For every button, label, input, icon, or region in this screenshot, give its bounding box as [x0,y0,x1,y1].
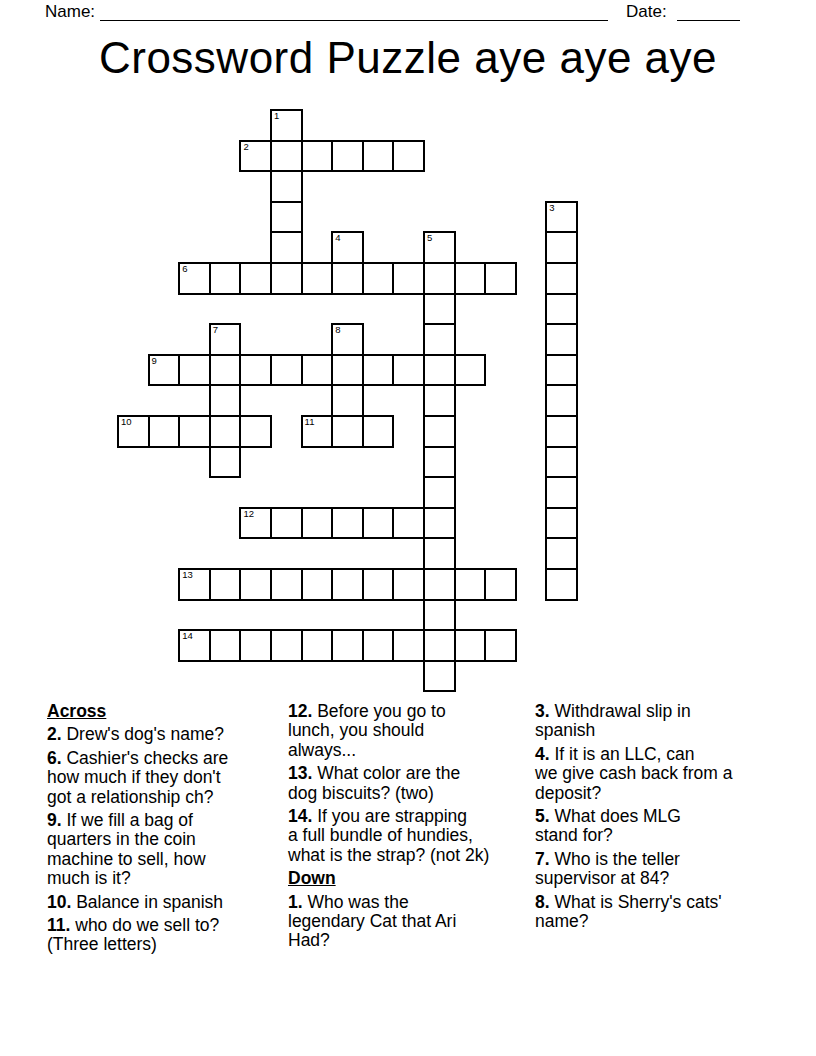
cell-r16-c3[interactable]: 13 [178,568,211,601]
cell-r9-c4[interactable] [209,354,242,387]
cell-number-3: 3 [549,203,554,213]
cell-r7-c11[interactable] [423,293,456,326]
cell-r14-c6[interactable] [270,507,303,540]
clue-number-label: 14. [288,806,312,826]
cell-number-13: 13 [182,570,193,580]
cell-number-7: 7 [213,325,218,335]
date-label: Date: [626,2,667,22]
cell-r16-c11[interactable] [423,568,456,601]
cell-r6-c11[interactable] [423,262,456,295]
cell-r16-c5[interactable] [239,568,272,601]
clue-number-label: 9. [47,810,62,830]
clue-number-label: 5. [535,806,550,826]
cell-r18-c10[interactable] [392,629,425,662]
cell-r16-c9[interactable] [362,568,395,601]
clue-column-1: Across2. Drew's dog's name?6. Cashier's … [47,702,282,959]
cell-r16-c15[interactable] [545,568,578,601]
cell-r10-c8[interactable] [331,384,364,417]
cell-r10-c15[interactable] [545,384,578,417]
cell-r9-c12[interactable] [454,354,487,387]
name-label: Name: [45,2,95,22]
clue-number-label: 6. [47,748,62,768]
clue-number-label: 8. [535,892,550,912]
cell-r18-c9[interactable] [362,629,395,662]
clue-column-2: 12. Before you go tolunch, you shouldalw… [288,702,533,955]
cell-number-1: 1 [274,111,279,121]
cell-r2-c10[interactable] [392,140,425,173]
cell-r14-c15[interactable] [545,507,578,540]
clue-4-down: 4. If it is an LLC, canwe give cash back… [535,745,770,803]
cell-r18-c8[interactable] [331,629,364,662]
clue-13-across: 13. What color are thedog biscuits? (two… [288,764,533,803]
cell-r14-c10[interactable] [392,507,425,540]
cell-r18-c7[interactable] [301,629,334,662]
clue-1-down: 1. Who was thelegendary Cat that AriHad? [288,893,533,951]
cell-r2-c5[interactable]: 2 [239,140,272,173]
cell-r8-c11[interactable] [423,323,456,356]
cell-r6-c15[interactable] [545,262,578,295]
cell-r6-c4[interactable] [209,262,242,295]
cell-r18-c11[interactable] [423,629,456,662]
page-title: Crossword Puzzle aye aye aye [0,30,816,86]
cell-r11-c9[interactable] [362,415,395,448]
clue-3-down: 3. Withdrawal slip inspanish [535,702,770,741]
cell-r9-c7[interactable] [301,354,334,387]
cell-r13-c15[interactable] [545,476,578,509]
cell-r12-c11[interactable] [423,446,456,479]
cell-r6-c3[interactable]: 6 [178,262,211,295]
cell-r4-c6[interactable] [270,201,303,234]
cell-r2-c8[interactable] [331,140,364,173]
clue-12-across: 12. Before you go tolunch, you shouldalw… [288,702,533,760]
clue-number-label: 3. [535,701,550,721]
date-blank-line[interactable] [677,2,740,21]
cell-r16-c8[interactable] [331,568,364,601]
clue-9-across: 9. If we fill a bag ofquarters in the co… [47,811,282,889]
cell-r18-c13[interactable] [484,629,517,662]
clue-column-3: 3. Withdrawal slip inspanish4. If it is … [535,702,770,935]
cell-r6-c10[interactable] [392,262,425,295]
cell-number-12: 12 [243,509,254,519]
cell-number-10: 10 [121,417,132,427]
cell-number-6: 6 [182,264,187,274]
cell-r6-c13[interactable] [484,262,517,295]
cell-r1-c6[interactable]: 1 [270,109,303,142]
cell-r18-c4[interactable] [209,629,242,662]
across-heading: Across [47,702,282,721]
cell-r8-c8[interactable]: 8 [331,323,364,356]
cell-r10-c4[interactable] [209,384,242,417]
cell-r16-c10[interactable] [392,568,425,601]
clue-5-down: 5. What does MLGstand for? [535,807,770,846]
clue-number-label: 11. [47,915,70,935]
cell-r14-c7[interactable] [301,507,334,540]
cell-r11-c7[interactable]: 11 [301,415,334,448]
cell-r13-c11[interactable] [423,476,456,509]
clue-8-down: 8. What is Sherry's cats'name? [535,893,770,932]
cell-r16-c13[interactable] [484,568,517,601]
cell-r6-c8[interactable] [331,262,364,295]
clue-10-across: 10. Balance in spanish [47,893,282,912]
cell-number-14: 14 [182,631,193,641]
down-heading: Down [288,869,533,888]
cell-r14-c11[interactable] [423,507,456,540]
cell-r8-c15[interactable] [545,323,578,356]
crossword-grid: 1234567891011121314 [118,110,577,691]
cell-number-9: 9 [152,356,157,366]
cell-r6-c5[interactable] [239,262,272,295]
cell-r9-c6[interactable] [270,354,303,387]
cell-r2-c6[interactable] [270,140,303,173]
cell-r2-c9[interactable] [362,140,395,173]
clue-number-label: 10. [47,892,71,912]
cell-r6-c6[interactable] [270,262,303,295]
cell-r11-c5[interactable] [239,415,272,448]
cell-r9-c2[interactable]: 9 [148,354,181,387]
cell-r5-c8[interactable]: 4 [331,231,364,264]
cell-r12-c4[interactable] [209,446,242,479]
cell-number-11: 11 [305,417,315,427]
cell-r11-c2[interactable] [148,415,181,448]
cell-r16-c12[interactable] [454,568,487,601]
cell-r18-c6[interactable] [270,629,303,662]
clue-number-label: 13. [288,763,312,783]
cell-r6-c12[interactable] [454,262,487,295]
cell-r11-c15[interactable] [545,415,578,448]
clue-11-across: 11. who do we sell to?(Three letters) [47,916,282,955]
cell-r15-c11[interactable] [423,537,456,570]
cell-r9-c9[interactable] [362,354,395,387]
cell-r5-c6[interactable] [270,231,303,264]
cell-r16-c4[interactable] [209,568,242,601]
cell-r4-c15[interactable]: 3 [545,201,578,234]
clue-number-label: 1. [288,892,303,912]
cell-r14-c5[interactable]: 12 [239,507,272,540]
cell-r8-c4[interactable]: 7 [209,323,242,356]
cell-r7-c15[interactable] [545,293,578,326]
cell-r11-c1[interactable]: 10 [117,415,150,448]
cell-r9-c15[interactable] [545,354,578,387]
cell-r18-c5[interactable] [239,629,272,662]
clue-number-label: 7. [535,849,550,869]
cell-r6-c7[interactable] [301,262,334,295]
cell-r9-c3[interactable] [178,354,211,387]
cell-r5-c15[interactable] [545,231,578,264]
cell-number-5: 5 [427,233,432,243]
clue-2-across: 2. Drew's dog's name? [47,725,282,744]
cell-r11-c4[interactable] [209,415,242,448]
cell-r15-c15[interactable] [545,537,578,570]
cell-r9-c5[interactable] [239,354,272,387]
cell-number-8: 8 [335,325,340,335]
clue-6-across: 6. Cashier's checks arehow much if they … [47,749,282,807]
cell-r14-c8[interactable] [331,507,364,540]
cell-r9-c8[interactable] [331,354,364,387]
clue-number-label: 2. [47,724,62,744]
cell-r16-c6[interactable] [270,568,303,601]
clue-number-label: 4. [535,744,550,764]
clue-7-down: 7. Who is the tellersupervisor at 84? [535,850,770,889]
cell-r10-c11[interactable] [423,384,456,417]
cell-r6-c9[interactable] [362,262,395,295]
cell-r11-c3[interactable] [178,415,211,448]
cell-r9-c11[interactable] [423,354,456,387]
cell-r16-c7[interactable] [301,568,334,601]
cell-r11-c11[interactable] [423,415,456,448]
cell-r18-c3[interactable]: 14 [178,629,211,662]
cell-r19-c11[interactable] [423,660,456,693]
name-blank-line[interactable] [100,2,608,21]
cell-r9-c10[interactable] [392,354,425,387]
clue-14-across: 14. If you are strappinga full bundle of… [288,807,533,865]
cell-number-2: 2 [243,142,248,152]
cell-r2-c7[interactable] [301,140,334,173]
cell-r11-c8[interactable] [331,415,364,448]
cell-r12-c15[interactable] [545,446,578,479]
cell-r18-c12[interactable] [454,629,487,662]
clue-number-label: 12. [288,701,312,721]
cell-r5-c11[interactable]: 5 [423,231,456,264]
cell-r14-c9[interactable] [362,507,395,540]
cell-number-4: 4 [335,233,340,243]
cell-r17-c11[interactable] [423,599,456,632]
cell-r3-c6[interactable] [270,170,303,203]
